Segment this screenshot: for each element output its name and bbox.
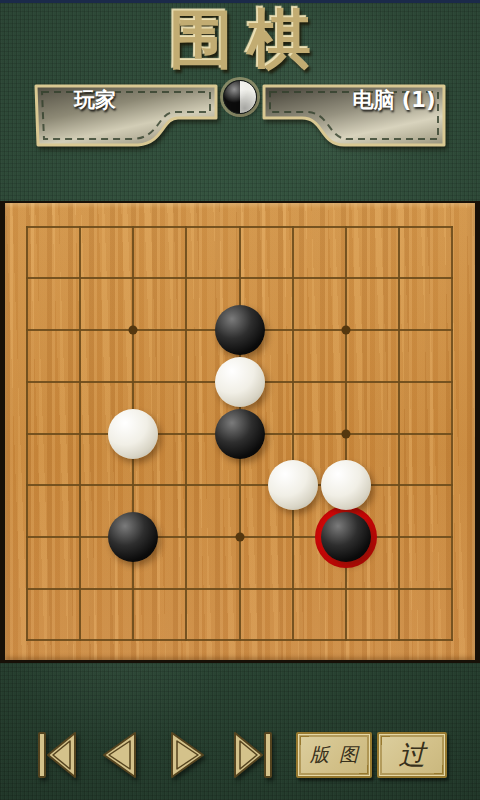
grid-line-v (292, 226, 294, 642)
stone-black (108, 512, 158, 562)
stone-white (268, 460, 318, 510)
stone-black (215, 305, 265, 355)
last-move-button[interactable] (232, 731, 274, 779)
stone-black (215, 409, 265, 459)
territory-button[interactable]: 版图 (296, 732, 372, 778)
pass-button[interactable]: 过 (377, 732, 447, 778)
pass-button-label: 过 (399, 737, 426, 773)
grid-line-h (26, 484, 452, 486)
stone-white (108, 409, 158, 459)
next-move-button[interactable] (168, 731, 208, 779)
turn-indicator-ball (223, 80, 257, 114)
grid-line-h (26, 588, 452, 590)
player-name-black: 玩家 (30, 87, 160, 113)
previous-move-button[interactable] (99, 731, 139, 779)
territory-button-label: 版图 (300, 742, 368, 768)
player-name-white: 电脑 (1) (328, 87, 460, 113)
star-point (341, 326, 350, 335)
first-move-button[interactable] (36, 731, 78, 779)
stone-black (321, 512, 371, 562)
grid-line-v (451, 226, 453, 642)
stone-white (321, 460, 371, 510)
app-title: 围棋 (0, 2, 480, 76)
stone-white (215, 357, 265, 407)
grid-line-h (26, 639, 452, 641)
star-point (235, 532, 244, 541)
go-board[interactable] (0, 201, 480, 663)
star-point (129, 326, 138, 335)
go-app-screen: 围棋 玩家 电脑 (1) (0, 0, 480, 800)
star-point (341, 429, 350, 438)
grid-line-v (398, 226, 400, 642)
